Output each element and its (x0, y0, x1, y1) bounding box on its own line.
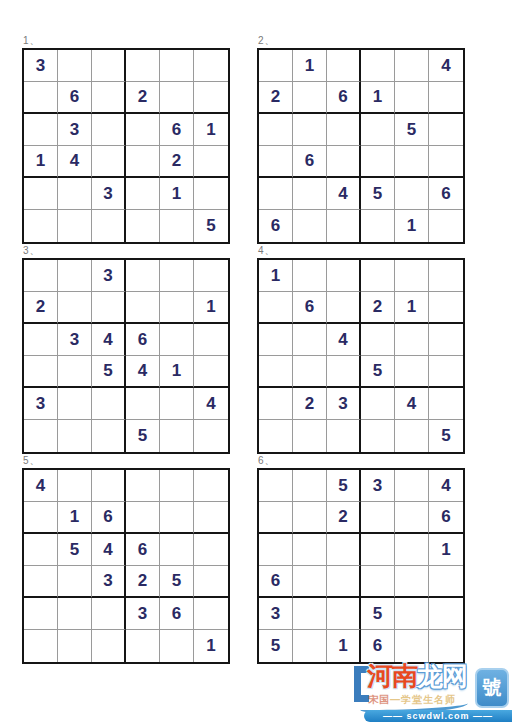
cell-r5c1[interactable] (24, 598, 58, 630)
cell-r3c1[interactable] (24, 114, 58, 146)
cell-r4c1: 1 (24, 146, 58, 178)
cell-r2c3[interactable] (92, 292, 126, 324)
cell-r4c1[interactable] (259, 146, 293, 178)
cell-r2c5[interactable] (160, 502, 194, 534)
puzzle-2: 2、 142615645661 (257, 35, 465, 244)
domain-band: —— scwdwl.com —— (364, 710, 512, 722)
badge-glyph: 號 (483, 675, 502, 701)
cell-r3c6[interactable] (429, 324, 463, 356)
cell-r6c2[interactable] (58, 630, 92, 662)
puzzle-5: 5、 416546325361 (22, 455, 230, 664)
cell-r3c3[interactable] (327, 114, 361, 146)
cell-r3c1[interactable] (24, 534, 58, 566)
cell-r4c6[interactable] (194, 146, 228, 178)
puzzle-3: 3、 321346541345 (22, 245, 230, 454)
cell-r3c5[interactable] (395, 324, 429, 356)
cell-r5c6[interactable] (429, 388, 463, 420)
cell-r1c1: 1 (259, 260, 293, 292)
cell-r2c3: 2 (327, 502, 361, 534)
cell-r5c2: 2 (293, 388, 327, 420)
cell-r5c4: 5 (361, 598, 395, 630)
puzzle-label: 6、 (258, 455, 465, 466)
cell-r4c4[interactable] (126, 146, 160, 178)
cell-r4c1[interactable] (24, 566, 58, 598)
cell-r4c2[interactable] (293, 566, 327, 598)
cell-r5c4: 5 (361, 178, 395, 210)
cell-r1c2: 1 (293, 50, 327, 82)
cell-r1c5[interactable] (395, 260, 429, 292)
cell-r2c4[interactable] (126, 292, 160, 324)
cell-r2c1: 2 (24, 292, 58, 324)
cell-r2c2[interactable] (58, 292, 92, 324)
cell-r5c5: 4 (395, 388, 429, 420)
cell-r6c1[interactable] (259, 420, 293, 452)
cell-r1c4[interactable] (126, 260, 160, 292)
cell-r4c6[interactable] (194, 356, 228, 388)
cell-r5c4: 3 (126, 598, 160, 630)
cell-r6c4: 5 (126, 420, 160, 452)
cell-r5c6[interactable] (194, 178, 228, 210)
cell-r1c4: 3 (361, 470, 395, 502)
tagline: 宋国—学堂生名师 (368, 693, 456, 707)
cell-r6c6: 5 (429, 420, 463, 452)
cell-r6c4[interactable] (361, 420, 395, 452)
sudoku-board-5: 416546325361 (22, 468, 230, 664)
cell-r6c2[interactable] (58, 420, 92, 452)
cell-r6c3[interactable] (92, 420, 126, 452)
cell-r6c5[interactable] (395, 630, 429, 662)
cell-r2c1[interactable] (24, 82, 58, 114)
cell-r6c5[interactable] (160, 630, 194, 662)
cell-r4c5: 5 (160, 566, 194, 598)
cell-r5c3: 3 (92, 178, 126, 210)
site-watermark: 河南龙网 號 宋国—学堂生名师 —— scwdwl.com —— (354, 660, 512, 722)
cell-r5c3[interactable] (327, 598, 361, 630)
cell-r3c4[interactable] (361, 534, 395, 566)
cell-r3c4: 6 (126, 534, 160, 566)
badge-icon: 號 (475, 668, 509, 708)
cell-r3c6: 1 (194, 114, 228, 146)
cell-r2c3[interactable] (327, 292, 361, 324)
cell-r2c2: 1 (58, 502, 92, 534)
cell-r1c2[interactable] (58, 260, 92, 292)
cell-r5c5[interactable] (160, 388, 194, 420)
cell-r1c6: 4 (429, 470, 463, 502)
puzzle-label: 1、 (23, 35, 230, 46)
cell-r3c3[interactable] (92, 114, 126, 146)
cell-r6c3[interactable] (92, 630, 126, 662)
cell-r5c2[interactable] (293, 178, 327, 210)
cell-r1c5[interactable] (395, 470, 429, 502)
cell-r3c5[interactable] (395, 534, 429, 566)
cell-r6c5[interactable] (160, 210, 194, 242)
cell-r4c2: 4 (58, 146, 92, 178)
cell-r5c5[interactable] (395, 178, 429, 210)
cell-r3c5: 6 (160, 114, 194, 146)
cell-r3c3: 4 (92, 534, 126, 566)
cell-r6c6[interactable] (194, 420, 228, 452)
cell-r5c2[interactable] (58, 598, 92, 630)
cell-r3c3: 4 (327, 324, 361, 356)
cell-r3c1[interactable] (259, 324, 293, 356)
cell-r4c2: 6 (293, 146, 327, 178)
cell-r5c3: 3 (327, 388, 361, 420)
cell-r3c2: 3 (58, 114, 92, 146)
cell-r3c6[interactable] (194, 534, 228, 566)
cell-r2c5[interactable] (395, 502, 429, 534)
cell-r5c4[interactable] (361, 388, 395, 420)
cell-r4c6[interactable] (429, 566, 463, 598)
cell-r4c1: 6 (259, 566, 293, 598)
cell-r4c4[interactable] (361, 146, 395, 178)
cell-r2c3[interactable] (92, 82, 126, 114)
cell-r2c6: 6 (429, 502, 463, 534)
cell-r1c1[interactable] (259, 470, 293, 502)
cell-r1c4[interactable] (361, 260, 395, 292)
cell-r4c4[interactable] (361, 566, 395, 598)
cell-r5c6: 6 (429, 178, 463, 210)
puzzle-label: 4、 (258, 245, 465, 256)
cell-r1c3[interactable] (327, 50, 361, 82)
cell-r2c4: 1 (361, 82, 395, 114)
sudoku-board-6: 534261635516 (257, 468, 465, 664)
cell-r2c4[interactable] (361, 502, 395, 534)
cell-r1c5[interactable] (160, 50, 194, 82)
cell-r5c3[interactable] (92, 598, 126, 630)
cell-r3c4: 6 (126, 324, 160, 356)
cell-r2c5: 1 (395, 292, 429, 324)
cell-r1c1: 4 (24, 470, 58, 502)
cell-r4c1[interactable] (24, 356, 58, 388)
cell-r1c1[interactable] (24, 260, 58, 292)
cell-r1c6[interactable] (194, 470, 228, 502)
cell-r6c5: 1 (395, 210, 429, 242)
site-name-part1: 河南 (367, 661, 417, 691)
cell-r3c4[interactable] (361, 324, 395, 356)
cell-r4c4: 2 (126, 566, 160, 598)
cell-r3c2: 3 (58, 324, 92, 356)
cell-r6c1: 5 (259, 630, 293, 662)
cell-r6c3[interactable] (327, 210, 361, 242)
cell-r3c6[interactable] (429, 114, 463, 146)
cell-r5c2[interactable] (58, 388, 92, 420)
cell-r6c6[interactable] (429, 210, 463, 242)
cell-r5c4[interactable] (126, 388, 160, 420)
cell-r2c6[interactable] (429, 292, 463, 324)
cell-r4c4: 5 (361, 356, 395, 388)
cell-r1c1[interactable] (259, 50, 293, 82)
cell-r4c6[interactable] (194, 566, 228, 598)
cell-r1c4[interactable] (361, 50, 395, 82)
cell-r3c4[interactable] (126, 114, 160, 146)
cell-r4c1[interactable] (259, 356, 293, 388)
cell-r4c5[interactable] (395, 356, 429, 388)
puzzle-label: 5、 (23, 455, 230, 466)
cell-r4c6[interactable] (429, 356, 463, 388)
puzzle-1: 1、 362361142315 (22, 35, 230, 244)
cell-r4c3[interactable] (327, 146, 361, 178)
cell-r3c1[interactable] (259, 534, 293, 566)
cell-r6c1[interactable] (24, 630, 58, 662)
cell-r4c6[interactable] (429, 146, 463, 178)
cell-r2c6[interactable] (429, 82, 463, 114)
cell-r4c5[interactable] (395, 566, 429, 598)
cell-r6c4[interactable] (126, 210, 160, 242)
puzzle-4: 4、 1621452345 (257, 245, 465, 454)
cell-r5c3: 4 (327, 178, 361, 210)
cell-r1c5[interactable] (395, 50, 429, 82)
cell-r3c6[interactable] (194, 324, 228, 356)
cell-r3c2[interactable] (293, 324, 327, 356)
cell-r1c3[interactable] (92, 470, 126, 502)
cell-r3c4[interactable] (361, 114, 395, 146)
puzzle-6: 6、 534261635516 (257, 455, 465, 664)
cell-r2c4[interactable] (126, 502, 160, 534)
cell-r3c1[interactable] (259, 114, 293, 146)
cell-r1c5[interactable] (160, 260, 194, 292)
cell-r2c6[interactable] (194, 502, 228, 534)
cell-r4c3[interactable] (92, 146, 126, 178)
cell-r3c2[interactable] (293, 114, 327, 146)
cell-r1c2[interactable] (293, 470, 327, 502)
cell-r5c6: 4 (194, 388, 228, 420)
cell-r6c1: 6 (259, 210, 293, 242)
cell-r2c2[interactable] (293, 82, 327, 114)
sudoku-board-4: 1621452345 (257, 258, 465, 454)
cell-r5c2[interactable] (293, 598, 327, 630)
cell-r3c5: 5 (395, 114, 429, 146)
cell-r6c2[interactable] (293, 420, 327, 452)
cell-r1c4[interactable] (126, 50, 160, 82)
cell-r6c4[interactable] (126, 630, 160, 662)
cell-r1c3[interactable] (92, 50, 126, 82)
cell-r2c6[interactable] (194, 82, 228, 114)
cell-r6c5[interactable] (395, 420, 429, 452)
cell-r2c1: 2 (259, 82, 293, 114)
cell-r2c3: 6 (327, 82, 361, 114)
cell-r4c5: 2 (160, 146, 194, 178)
cell-r3c2[interactable] (293, 534, 327, 566)
cell-r4c5[interactable] (395, 146, 429, 178)
cell-r6c6: 1 (194, 630, 228, 662)
cell-r5c1: 3 (259, 598, 293, 630)
cell-r2c5[interactable] (160, 82, 194, 114)
site-name: 河南龙网 (367, 661, 467, 691)
cell-r5c6[interactable] (429, 598, 463, 630)
cell-r2c2[interactable] (293, 502, 327, 534)
cell-r6c4: 6 (361, 630, 395, 662)
cell-r2c1[interactable] (259, 292, 293, 324)
cell-r5c1[interactable] (24, 178, 58, 210)
sudoku-board-1: 362361142315 (22, 48, 230, 244)
cell-r2c4: 2 (361, 292, 395, 324)
cell-r1c2[interactable] (58, 50, 92, 82)
puzzle-label: 3、 (23, 245, 230, 256)
cell-r3c3: 4 (92, 324, 126, 356)
cell-r4c3: 3 (92, 566, 126, 598)
cell-r6c3[interactable] (92, 210, 126, 242)
cell-r1c6[interactable] (194, 260, 228, 292)
cell-r6c5[interactable] (160, 420, 194, 452)
cell-r2c3: 6 (92, 502, 126, 534)
cell-r3c2: 5 (58, 534, 92, 566)
cell-r1c4[interactable] (126, 470, 160, 502)
puzzle-label: 2、 (258, 35, 465, 46)
cell-r6c2[interactable] (293, 630, 327, 662)
cell-r4c2[interactable] (58, 566, 92, 598)
cell-r1c3: 3 (92, 260, 126, 292)
cell-r2c1[interactable] (259, 502, 293, 534)
cell-r3c1[interactable] (24, 324, 58, 356)
cell-r3c3[interactable] (327, 534, 361, 566)
sudoku-board-3: 321346541345 (22, 258, 230, 454)
cell-r5c5: 1 (160, 178, 194, 210)
cell-r6c4[interactable] (361, 210, 395, 242)
cell-r5c4[interactable] (126, 178, 160, 210)
cell-r2c6: 1 (194, 292, 228, 324)
cell-r1c3[interactable] (327, 260, 361, 292)
cell-r4c5: 1 (160, 356, 194, 388)
cell-r2c4: 2 (126, 82, 160, 114)
cell-r2c5[interactable] (160, 292, 194, 324)
cell-r6c3[interactable] (327, 420, 361, 452)
cell-r1c6[interactable] (194, 50, 228, 82)
cell-r1c5[interactable] (160, 470, 194, 502)
cell-r4c4: 4 (126, 356, 160, 388)
cell-r4c3[interactable] (327, 356, 361, 388)
cell-r6c1[interactable] (24, 420, 58, 452)
cell-r2c2: 6 (293, 292, 327, 324)
cell-r2c2: 6 (58, 82, 92, 114)
cell-r1c3: 5 (327, 470, 361, 502)
cell-r3c5[interactable] (160, 324, 194, 356)
cell-r5c6[interactable] (194, 598, 228, 630)
cell-r5c1: 3 (24, 388, 58, 420)
cell-r6c6[interactable] (429, 630, 463, 662)
cell-r4c2[interactable] (293, 356, 327, 388)
cell-r6c6: 5 (194, 210, 228, 242)
cell-r3c5[interactable] (160, 534, 194, 566)
cell-r4c3[interactable] (327, 566, 361, 598)
cell-r2c1[interactable] (24, 502, 58, 534)
cell-r6c2[interactable] (293, 210, 327, 242)
cell-r1c1: 3 (24, 50, 58, 82)
cell-r5c1[interactable] (259, 388, 293, 420)
cell-r5c1[interactable] (259, 178, 293, 210)
cell-r6c2[interactable] (58, 210, 92, 242)
cell-r5c3[interactable] (92, 388, 126, 420)
cell-r5c2[interactable] (58, 178, 92, 210)
sudoku-board-2: 142615645661 (257, 48, 465, 244)
cell-r6c3: 1 (327, 630, 361, 662)
cell-r4c3: 5 (92, 356, 126, 388)
cell-r1c6[interactable] (429, 260, 463, 292)
cell-r1c2[interactable] (58, 470, 92, 502)
cell-r3c6: 1 (429, 534, 463, 566)
cell-r1c2[interactable] (293, 260, 327, 292)
cell-r6c1[interactable] (24, 210, 58, 242)
cell-r1c6: 4 (429, 50, 463, 82)
cell-r5c5[interactable] (395, 598, 429, 630)
site-name-part2: 龙网 (417, 661, 467, 691)
cell-r5c5: 6 (160, 598, 194, 630)
cell-r2c5[interactable] (395, 82, 429, 114)
cell-r4c2[interactable] (58, 356, 92, 388)
